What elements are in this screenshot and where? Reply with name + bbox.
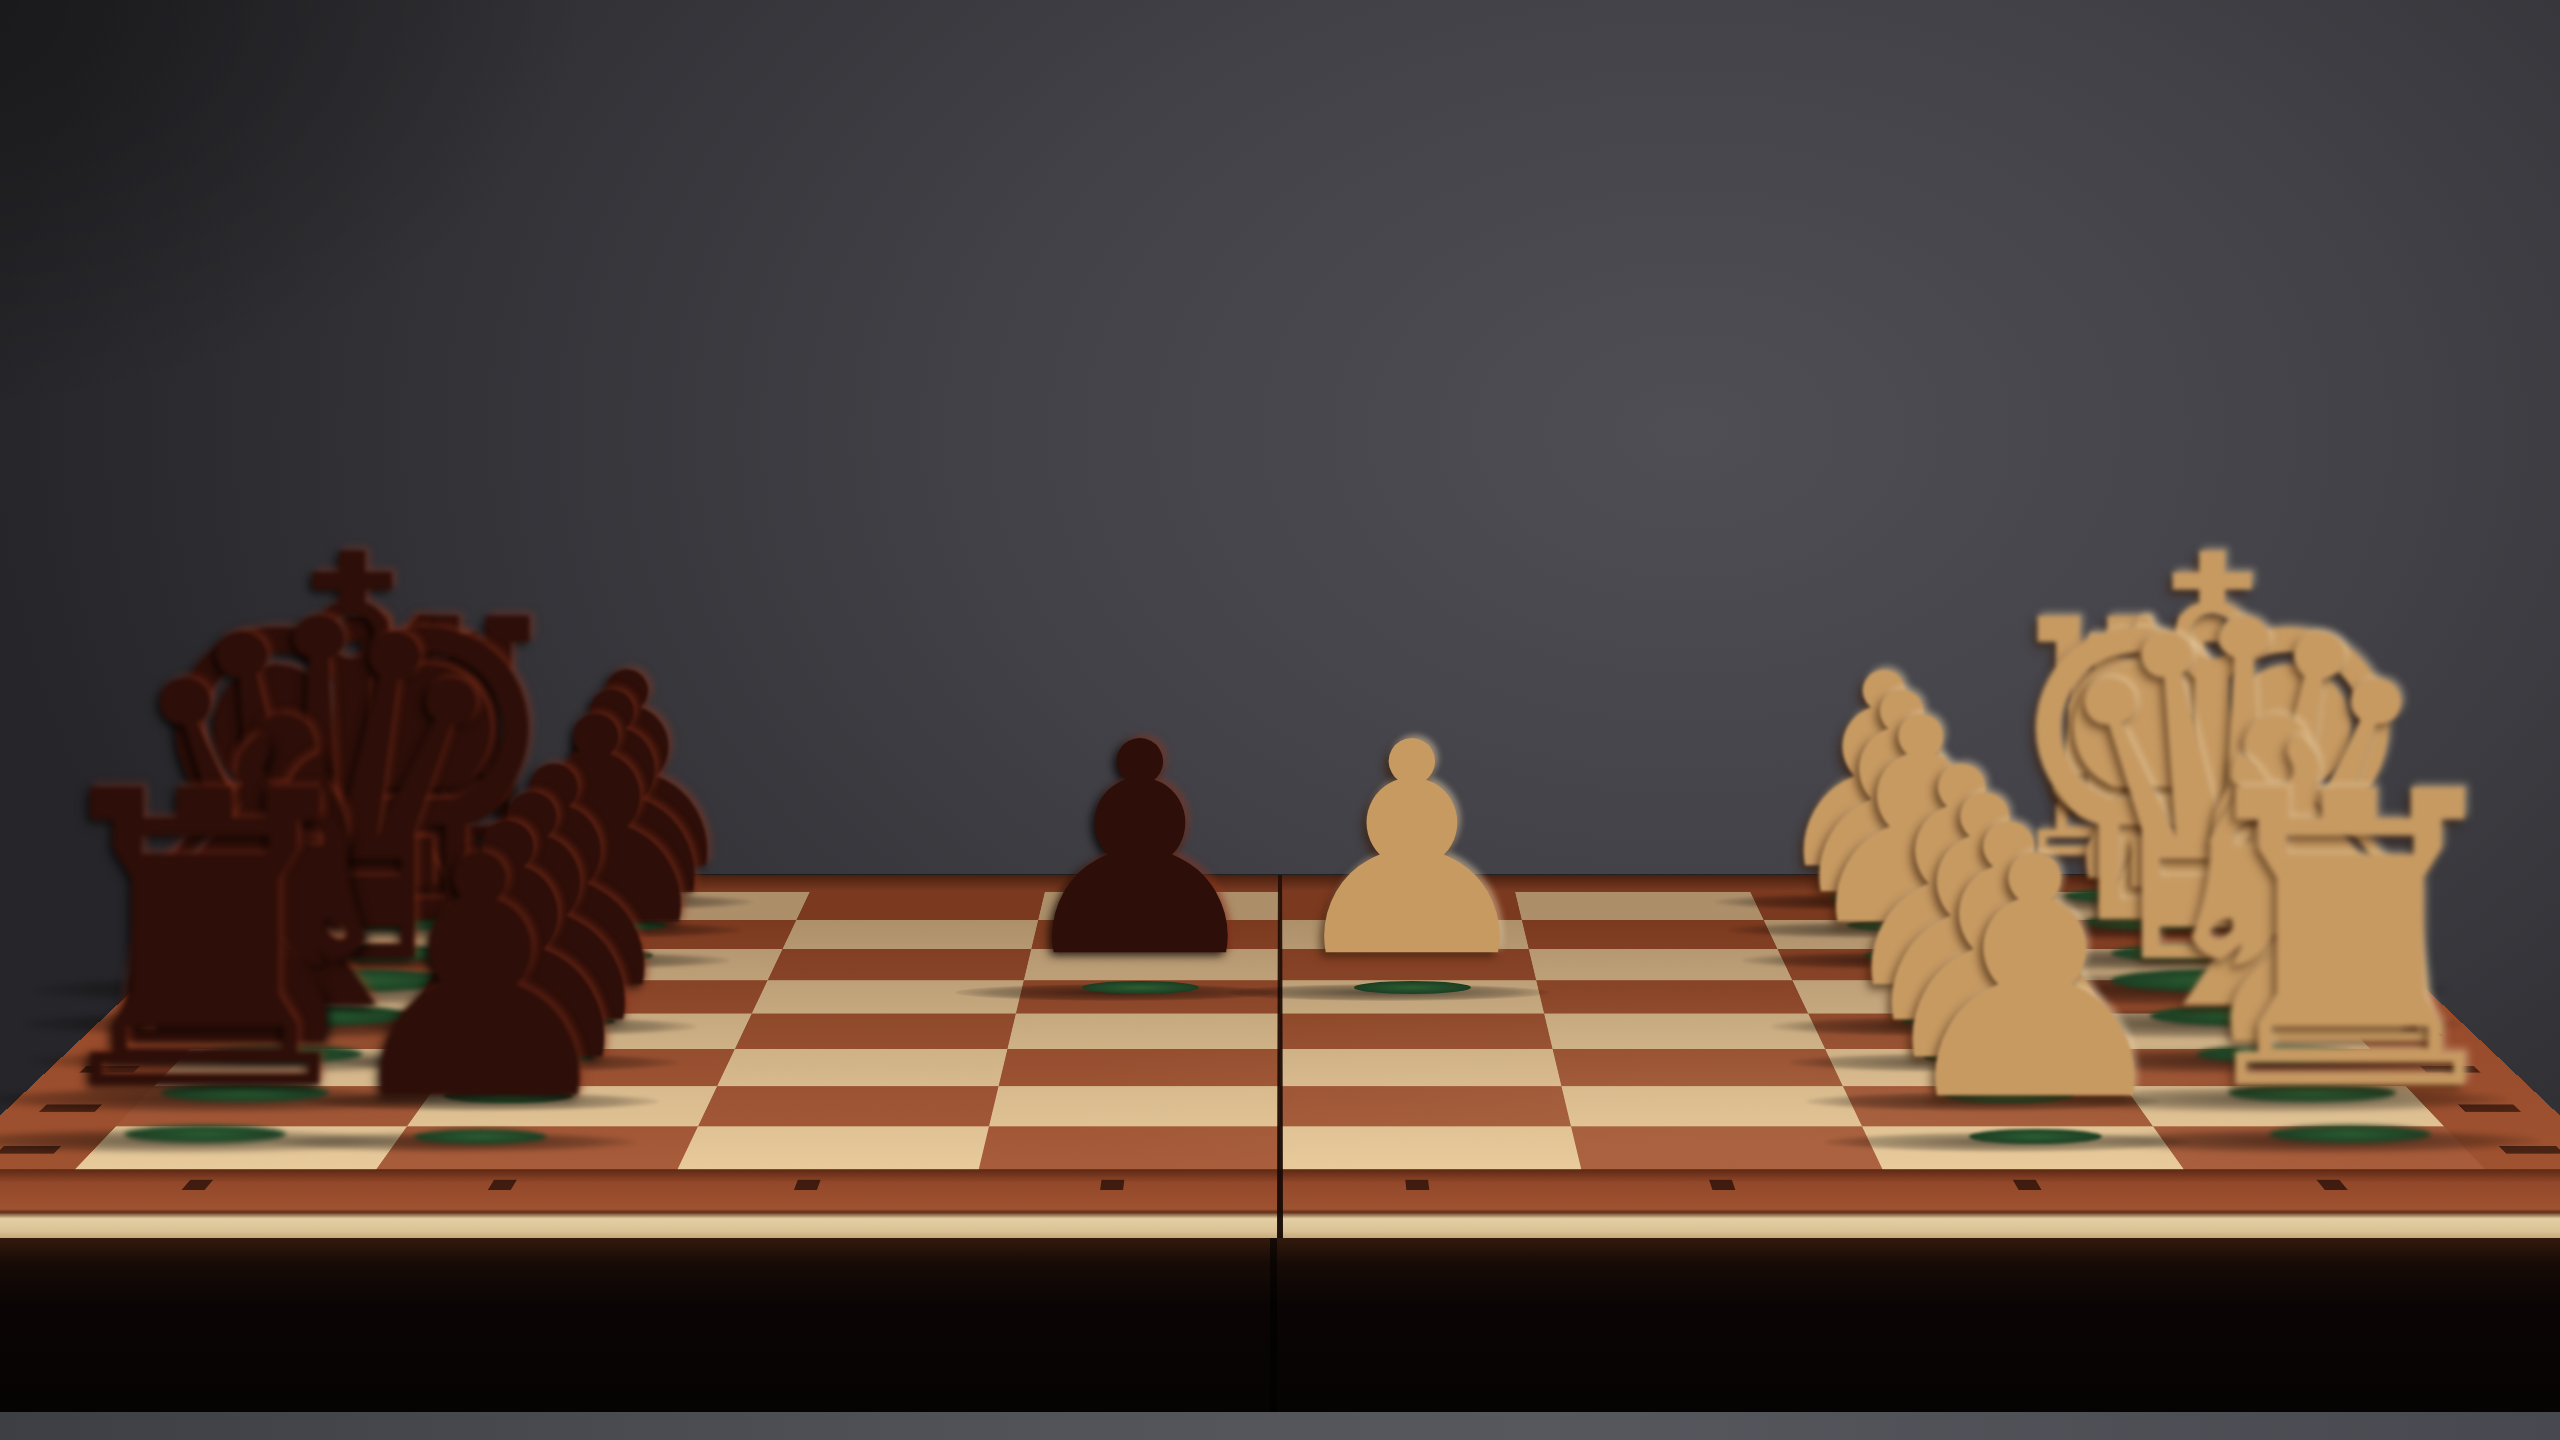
square-a3: [1571, 1126, 1882, 1169]
square-c3: [1553, 1049, 1843, 1087]
piece-white-rook-a1: ♜: [2147, 740, 2554, 1147]
square-g3: [1522, 920, 1778, 949]
white-rook-glyph: ♜: [2147, 740, 2554, 1147]
square-b5: [989, 1086, 1280, 1126]
white-pawn-glyph: ♟: [1869, 814, 2202, 1147]
white-pawn-glyph: ♟: [1266, 704, 1559, 997]
square-c5: [999, 1049, 1280, 1087]
square-b4: [1280, 1086, 1571, 1126]
piece-white-pawn-e4: ♟: [1266, 704, 1559, 997]
square-c4: [1280, 1049, 1561, 1087]
square-a4: [1280, 1126, 1581, 1169]
square-f3: [1529, 949, 1793, 980]
board-front-fold-seam: [1270, 1238, 1277, 1416]
black-pawn-glyph: ♟: [994, 704, 1287, 997]
square-a6: [678, 1126, 989, 1169]
piece-black-pawn-a7: ♟: [314, 814, 647, 1147]
square-e3: [1536, 980, 1808, 1013]
black-pawn-glyph: ♟: [314, 814, 647, 1147]
table-surface: [0, 1412, 2560, 1440]
chess-photo-scene: ♜♞♝♛♚♝♞♜♟♟♟♟♟♟♟♟♜♞♝♛♚♝♞♜♟♟♟♟♟♟♟♟: [0, 0, 2560, 1440]
piece-black-pawn-e5: ♟: [994, 704, 1287, 997]
square-d6: [735, 1014, 1016, 1049]
square-f6: [768, 949, 1032, 980]
square-c6: [717, 1049, 1007, 1087]
piece-white-pawn-a2: ♟: [1869, 814, 2202, 1147]
board-front-face: [0, 1238, 2560, 1416]
square-d3: [1544, 1014, 1825, 1049]
square-b3: [1561, 1086, 1862, 1126]
square-b6: [698, 1086, 999, 1126]
square-a5: [979, 1126, 1280, 1169]
